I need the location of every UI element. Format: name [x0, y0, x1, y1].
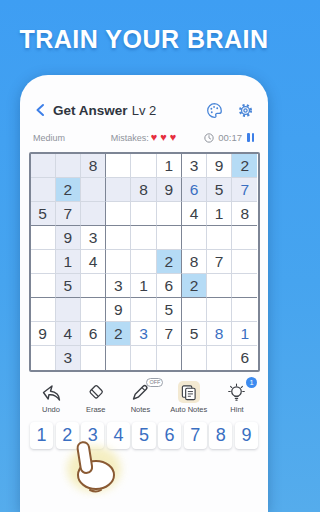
cell-r7c6[interactable]: 5: [157, 298, 182, 322]
cell-r6c3[interactable]: [81, 274, 106, 298]
cell-r8c6[interactable]: 7: [157, 322, 182, 346]
cell-r1c8[interactable]: 9: [207, 154, 232, 178]
cell-r9c7[interactable]: [182, 346, 207, 370]
settings-button[interactable]: [236, 101, 254, 119]
banner: TRAIN YOUR BRAIN: [0, 24, 288, 54]
cell-r1c5[interactable]: [131, 154, 156, 178]
cell-r1c2[interactable]: [56, 154, 81, 178]
numpad-key-1[interactable]: 1: [30, 422, 53, 449]
pause-button[interactable]: [246, 132, 255, 143]
sudoku-board: 8139228965757418931428753162959462375813…: [29, 152, 260, 372]
undo-icon: [39, 383, 63, 402]
cell-r6c1[interactable]: [31, 274, 56, 298]
cell-r9c1[interactable]: [31, 346, 56, 370]
cell-r5c7[interactable]: 8: [182, 250, 207, 274]
cell-r4c5[interactable]: [131, 226, 156, 250]
heart-icon: ♥: [170, 132, 178, 143]
cell-r4c8[interactable]: [207, 226, 232, 250]
numpad: 1 2 3 4 5 6 7 8 9: [30, 422, 258, 449]
cell-r8c2[interactable]: 4: [56, 322, 81, 346]
cell-r1c1[interactable]: [31, 154, 56, 178]
cell-r1c4[interactable]: [106, 154, 131, 178]
undo-button[interactable]: Undo: [36, 381, 66, 414]
cell-r4c6[interactable]: [157, 226, 182, 250]
cell-r3c3[interactable]: [81, 202, 106, 226]
cell-r5c2[interactable]: 1: [56, 250, 81, 274]
theme-button[interactable]: [205, 101, 223, 119]
game-header: Get Answer Lv 2: [20, 99, 268, 121]
cell-r2c1[interactable]: [31, 178, 56, 202]
cell-r5c9[interactable]: [232, 250, 257, 274]
cell-r2c5[interactable]: 8: [131, 178, 156, 202]
notes-off-badge: OFF: [146, 378, 163, 387]
cell-r5c1[interactable]: [31, 250, 56, 274]
cell-r3c5[interactable]: [131, 202, 156, 226]
cell-r2c4[interactable]: [106, 178, 131, 202]
cell-r2c3[interactable]: [81, 178, 106, 202]
cell-r7c8[interactable]: [207, 298, 232, 322]
cell-r3c9[interactable]: 8: [232, 202, 257, 226]
notes-label: Notes: [131, 405, 151, 414]
cell-r8c8[interactable]: 8: [207, 322, 232, 346]
cell-r5c8[interactable]: 7: [207, 250, 232, 274]
cell-r7c2[interactable]: [56, 298, 81, 322]
cell-r6c8[interactable]: [207, 274, 232, 298]
auto-notes-button[interactable]: Auto Notes: [170, 381, 207, 414]
hint-count-badge: 1: [246, 377, 257, 388]
cell-r9c3[interactable]: [81, 346, 106, 370]
cell-r6c2[interactable]: 5: [56, 274, 81, 298]
cell-r1c6[interactable]: 1: [157, 154, 182, 178]
cell-r1c9[interactable]: 2: [232, 154, 257, 178]
cell-r4c1[interactable]: [31, 226, 56, 250]
numpad-key-2[interactable]: 2: [56, 422, 79, 449]
erase-label: Erase: [86, 405, 106, 414]
auto-notes-label: Auto Notes: [170, 405, 207, 414]
cell-r3c8[interactable]: 1: [207, 202, 232, 226]
cell-r8c5[interactable]: 3: [131, 322, 156, 346]
mistakes-label: Mistakes:: [111, 133, 149, 143]
cell-r9c4[interactable]: [106, 346, 131, 370]
cell-r5c3[interactable]: 4: [81, 250, 106, 274]
cell-r3c7[interactable]: 4: [182, 202, 207, 226]
cell-r2c2[interactable]: 2: [56, 178, 81, 202]
numpad-key-8[interactable]: 8: [209, 422, 232, 449]
eraser-icon: [85, 383, 107, 402]
numpad-key-7[interactable]: 7: [184, 422, 207, 449]
status-row: Medium Mistakes: ♥ ♥ ♥ 00:17: [33, 131, 255, 144]
cell-r9c8[interactable]: [207, 346, 232, 370]
cell-r7c5[interactable]: [131, 298, 156, 322]
palette-icon: [206, 102, 223, 119]
cell-r3c4[interactable]: [106, 202, 131, 226]
cell-r7c3[interactable]: [81, 298, 106, 322]
cell-r5c6[interactable]: 2: [157, 250, 182, 274]
erase-button[interactable]: Erase: [81, 381, 111, 414]
hint-button[interactable]: 1 Hint: [222, 381, 252, 414]
cell-r6c6[interactable]: 6: [157, 274, 182, 298]
cell-r1c7[interactable]: 3: [182, 154, 207, 178]
cell-r4c3[interactable]: 3: [81, 226, 106, 250]
cell-r7c4[interactable]: 9: [106, 298, 131, 322]
cell-r8c1[interactable]: 9: [31, 322, 56, 346]
undo-label: Undo: [42, 405, 60, 414]
timer-label: 00:17: [218, 132, 242, 143]
cell-r3c1[interactable]: 5: [31, 202, 56, 226]
cell-r8c4[interactable]: 2: [106, 322, 131, 346]
cell-r2c7[interactable]: 6: [182, 178, 207, 202]
cell-r4c9[interactable]: [232, 226, 257, 250]
cell-r6c7[interactable]: 2: [182, 274, 207, 298]
numpad-key-5[interactable]: 5: [132, 422, 155, 449]
phone-mockup: Get Answer Lv 2 Medium Mistakes: ♥: [20, 75, 268, 512]
toolbar: Undo Erase OFF Notes Au: [36, 381, 252, 414]
numpad-key-3[interactable]: 3: [81, 422, 104, 449]
cell-r7c1[interactable]: [31, 298, 56, 322]
cell-r7c7[interactable]: [182, 298, 207, 322]
cell-r6c4[interactable]: 3: [106, 274, 131, 298]
difficulty-label: Medium: [33, 133, 111, 143]
heart-icon: ♥: [151, 132, 159, 143]
cell-r4c2[interactable]: 9: [56, 226, 81, 250]
lightbulb-icon: [226, 382, 247, 403]
cell-r2c6[interactable]: 9: [157, 178, 182, 202]
numpad-key-6[interactable]: 6: [158, 422, 181, 449]
gear-icon: [237, 102, 254, 119]
clock-icon: [204, 133, 214, 143]
cell-r2c9[interactable]: 7: [232, 178, 257, 202]
cell-r1c3[interactable]: 8: [81, 154, 106, 178]
cell-r4c7[interactable]: [182, 226, 207, 250]
cell-r9c2[interactable]: 3: [56, 346, 81, 370]
cell-r9c5[interactable]: [131, 346, 156, 370]
cell-r2c8[interactable]: 5: [207, 178, 232, 202]
cell-r5c4[interactable]: [106, 250, 131, 274]
cell-r3c2[interactable]: 7: [56, 202, 81, 226]
cell-r3c6[interactable]: [157, 202, 182, 226]
cell-r9c6[interactable]: [157, 346, 182, 370]
auto-notes-icon: [180, 384, 197, 401]
hint-label: Hint: [230, 405, 243, 414]
banner-title: TRAIN YOUR BRAIN: [0, 24, 288, 54]
cell-r8c3[interactable]: 6: [81, 322, 106, 346]
cell-r6c9[interactable]: [232, 274, 257, 298]
numpad-key-4[interactable]: 4: [107, 422, 130, 449]
cell-r9c9[interactable]: 6: [232, 346, 257, 370]
notes-button[interactable]: OFF Notes: [125, 381, 155, 414]
cell-r6c5[interactable]: 1: [131, 274, 156, 298]
numpad-key-9[interactable]: 9: [235, 422, 258, 449]
cell-r4c4[interactable]: [106, 226, 131, 250]
cell-r8c7[interactable]: 5: [182, 322, 207, 346]
cell-r7c9[interactable]: [232, 298, 257, 322]
cell-r5c5[interactable]: [131, 250, 156, 274]
cell-r8c9[interactable]: 1: [232, 322, 257, 346]
heart-icon: ♥: [160, 132, 168, 143]
